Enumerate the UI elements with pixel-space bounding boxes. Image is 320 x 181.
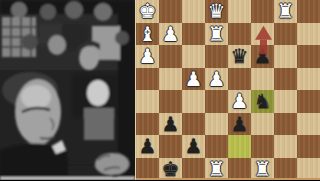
square-c7[interactable] [251, 135, 274, 158]
square-e1[interactable]: ♛ [205, 0, 228, 23]
spectators-photo [0, 0, 135, 180]
piece-white-rook-b1: ♜ [277, 0, 295, 22]
square-f5[interactable] [182, 90, 205, 113]
piece-white-rook-c8: ♜ [254, 158, 272, 180]
piece-white-pawn-h3: ♟ [139, 45, 157, 67]
square-h2[interactable]: ♝ [136, 23, 159, 46]
square-a8[interactable] [297, 158, 320, 181]
square-d4[interactable] [228, 68, 251, 91]
square-f7[interactable]: ♟ [182, 135, 205, 158]
square-h8[interactable] [136, 158, 159, 181]
piece-black-pawn-f7: ♟ [185, 135, 203, 157]
square-c4[interactable] [251, 68, 274, 91]
square-f8[interactable] [182, 158, 205, 181]
piece-black-knight-c5: ♞ [254, 90, 272, 112]
square-f6[interactable] [182, 113, 205, 136]
square-e8[interactable]: ♜ [205, 158, 228, 181]
square-e3[interactable] [205, 45, 228, 68]
crowd-photo-graphic [0, 0, 135, 180]
square-h6[interactable] [136, 113, 159, 136]
square-a2[interactable] [297, 23, 320, 46]
square-g7[interactable] [159, 135, 182, 158]
square-b2[interactable] [274, 23, 297, 46]
square-e4[interactable]: ♟ [205, 68, 228, 91]
piece-white-pawn-f4: ♟ [185, 68, 203, 90]
square-b5[interactable] [274, 90, 297, 113]
square-a3[interactable] [297, 45, 320, 68]
piece-white-king-h1: ♚ [139, 0, 157, 22]
square-b3[interactable] [274, 45, 297, 68]
board-bottom-edge [136, 178, 320, 180]
piece-black-queen-d3: ♛ [231, 45, 249, 67]
square-d8[interactable] [228, 158, 251, 181]
square-g3[interactable] [159, 45, 182, 68]
square-d7[interactable] [228, 135, 251, 158]
piece-white-bishop-h2: ♝ [139, 23, 157, 45]
square-c6[interactable] [251, 113, 274, 136]
square-f2[interactable] [182, 23, 205, 46]
piece-white-pawn-g2: ♟ [162, 23, 180, 45]
square-e6[interactable] [205, 113, 228, 136]
piece-white-rook-e2: ♜ [208, 23, 226, 45]
piece-black-pawn-h7: ♟ [139, 135, 157, 157]
piece-white-rook-e8: ♜ [208, 158, 226, 180]
square-f4[interactable]: ♟ [182, 68, 205, 91]
square-b6[interactable] [274, 113, 297, 136]
square-f3[interactable] [182, 45, 205, 68]
piece-black-pawn-d6: ♟ [231, 113, 249, 135]
square-b1[interactable]: ♜ [274, 0, 297, 23]
square-g4[interactable] [159, 68, 182, 91]
square-d6[interactable]: ♟ [228, 113, 251, 136]
piece-black-pawn-g6: ♟ [162, 113, 180, 135]
chess-board-panel: ♚♛♜♝♟♜♟♛♟♟♟♟♞♟♟♟♟♚♜♜ [135, 0, 320, 180]
square-c3[interactable]: ♟ [251, 45, 274, 68]
square-e2[interactable]: ♜ [205, 23, 228, 46]
piece-white-queen-e1: ♛ [208, 0, 226, 22]
thumbnail: ♚♛♜♝♟♜♟♛♟♟♟♟♞♟♟♟♟♚♜♜ [0, 0, 320, 180]
square-g1[interactable] [159, 0, 182, 23]
square-a7[interactable] [297, 135, 320, 158]
square-b7[interactable] [274, 135, 297, 158]
square-a5[interactable] [297, 90, 320, 113]
square-c8[interactable]: ♜ [251, 158, 274, 181]
square-d5[interactable]: ♟ [228, 90, 251, 113]
square-b8[interactable] [274, 158, 297, 181]
square-h4[interactable] [136, 68, 159, 91]
square-h3[interactable]: ♟ [136, 45, 159, 68]
square-e7[interactable] [205, 135, 228, 158]
square-d3[interactable]: ♛ [228, 45, 251, 68]
square-g2[interactable]: ♟ [159, 23, 182, 46]
square-g8[interactable]: ♚ [159, 158, 182, 181]
piece-black-king-g8: ♚ [162, 158, 180, 180]
piece-black-pawn-c3: ♟ [254, 45, 272, 67]
square-e5[interactable] [205, 90, 228, 113]
square-b4[interactable] [274, 68, 297, 91]
square-h1[interactable]: ♚ [136, 0, 159, 23]
piece-white-pawn-e4: ♟ [208, 68, 226, 90]
square-h7[interactable]: ♟ [136, 135, 159, 158]
square-g6[interactable]: ♟ [159, 113, 182, 136]
square-a4[interactable] [297, 68, 320, 91]
chess-board: ♚♛♜♝♟♜♟♛♟♟♟♟♞♟♟♟♟♚♜♜ [136, 0, 320, 180]
square-c5[interactable]: ♞ [251, 90, 274, 113]
piece-white-pawn-d5: ♟ [231, 90, 249, 112]
square-g5[interactable] [159, 90, 182, 113]
square-h5[interactable] [136, 90, 159, 113]
square-a6[interactable] [297, 113, 320, 136]
square-c2[interactable] [251, 23, 274, 46]
square-c1[interactable] [251, 0, 274, 23]
square-f1[interactable] [182, 0, 205, 23]
square-a1[interactable] [297, 0, 320, 23]
spectator-head [11, 2, 27, 18]
square-d2[interactable] [228, 23, 251, 46]
square-d1[interactable] [228, 0, 251, 23]
